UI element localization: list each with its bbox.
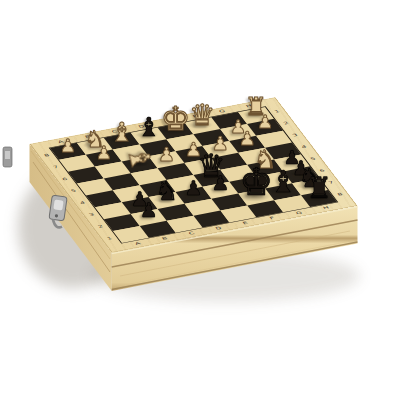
piece-white-bishop-c8: ♝ bbox=[110, 117, 133, 147]
piece-white-pawn-h7: ♟ bbox=[257, 111, 273, 132]
piece-black-rook-h1: ♜ bbox=[306, 171, 332, 205]
piece-black-pawn-d3: ♟ bbox=[185, 177, 203, 201]
piece-black-bishop-d8: ♝ bbox=[137, 112, 160, 142]
piece-white-queen-f8: ♛ bbox=[189, 98, 215, 132]
piece-white-pawn-a8: ♟ bbox=[60, 135, 76, 156]
piece-white-pawn-b7: ♟ bbox=[96, 142, 112, 163]
piece-black-bishop-g2: ♝ bbox=[270, 163, 297, 198]
chess-set-product-photo: AABBCCDDEEFFGGHH1827364554637281 ♜♛♟♚♟♝♝… bbox=[0, 0, 400, 400]
piece-black-knight-c3: ♞ bbox=[155, 176, 178, 206]
piece-white-king-e8: ♚ bbox=[161, 99, 191, 138]
hinge-icon bbox=[3, 147, 12, 167]
piece-black-pawn-b2: ♟ bbox=[140, 199, 158, 223]
piece-black-pawn-e3: ♟ bbox=[211, 172, 229, 196]
piece-black-king-f2: ♚ bbox=[239, 160, 273, 204]
piece-white-pawn-d6: ♟ bbox=[158, 143, 175, 165]
